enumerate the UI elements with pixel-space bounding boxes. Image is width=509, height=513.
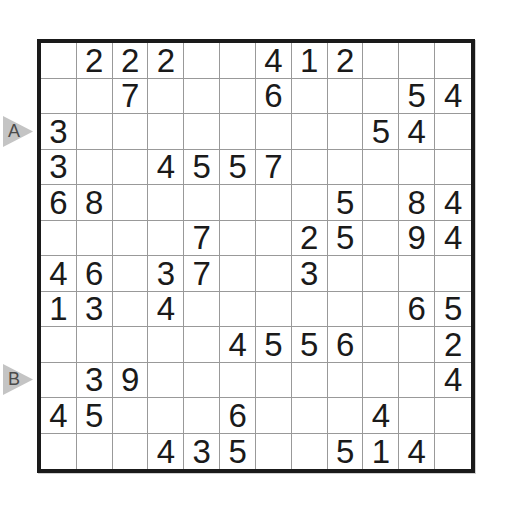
cell-r1c6[interactable] xyxy=(220,43,256,79)
cell-r2c7[interactable]: 6 xyxy=(256,79,292,115)
cell-r10c5[interactable] xyxy=(184,363,220,399)
cell-r7c4[interactable]: 3 xyxy=(148,256,184,292)
cell-r8c12[interactable]: 5 xyxy=(435,292,471,328)
cell-r10c7[interactable] xyxy=(256,363,292,399)
cell-r4c7[interactable]: 7 xyxy=(256,150,292,186)
cell-r7c9[interactable] xyxy=(328,256,364,292)
cell-r4c8[interactable] xyxy=(292,150,328,186)
cell-r2c6[interactable] xyxy=(220,79,256,115)
cell-r6c11[interactable]: 9 xyxy=(399,221,435,257)
cell-r5c11[interactable]: 8 xyxy=(399,185,435,221)
cell-r11c11[interactable] xyxy=(399,398,435,434)
cell-r8c8[interactable] xyxy=(292,292,328,328)
cell-r9c4[interactable] xyxy=(148,327,184,363)
cell-r4c2[interactable] xyxy=(77,150,113,186)
cell-r11c10[interactable]: 4 xyxy=(363,398,399,434)
cell-r1c3[interactable]: 2 xyxy=(113,43,149,79)
row-marker-a: A xyxy=(3,116,33,147)
row-marker-a-label: A xyxy=(8,121,20,142)
cell-r12c4[interactable]: 4 xyxy=(148,434,184,470)
cell-r5c2[interactable]: 8 xyxy=(77,185,113,221)
cell-r6c1[interactable] xyxy=(41,221,77,257)
cell-r10c10[interactable] xyxy=(363,363,399,399)
cell-r10c12[interactable]: 4 xyxy=(435,363,471,399)
cell-r6c8[interactable]: 2 xyxy=(292,221,328,257)
cell-r3c12[interactable] xyxy=(435,114,471,150)
cell-r9c8[interactable]: 5 xyxy=(292,327,328,363)
cell-r9c11[interactable] xyxy=(399,327,435,363)
cell-r12c3[interactable] xyxy=(113,434,149,470)
cell-r1c11[interactable] xyxy=(399,43,435,79)
cell-r6c9[interactable]: 5 xyxy=(328,221,364,257)
cell-r8c9[interactable] xyxy=(328,292,364,328)
cell-r4c6[interactable]: 5 xyxy=(220,150,256,186)
cell-r9c12[interactable]: 2 xyxy=(435,327,471,363)
cell-r1c4[interactable]: 2 xyxy=(148,43,184,79)
cell-r2c9[interactable] xyxy=(328,79,364,115)
cell-r4c12[interactable] xyxy=(435,150,471,186)
cell-r5c7[interactable] xyxy=(256,185,292,221)
cell-r6c12[interactable]: 4 xyxy=(435,221,471,257)
cell-r12c6[interactable]: 5 xyxy=(220,434,256,470)
cell-r3c1[interactable]: 3 xyxy=(41,114,77,150)
cell-r10c4[interactable] xyxy=(148,363,184,399)
cell-r10c11[interactable] xyxy=(399,363,435,399)
cell-r12c5[interactable]: 3 xyxy=(184,434,220,470)
cell-r9c1[interactable] xyxy=(41,327,77,363)
cell-r11c2[interactable]: 5 xyxy=(77,398,113,434)
cell-r9c5[interactable] xyxy=(184,327,220,363)
puzzle-board: 2224127654354345576858472594463731346545… xyxy=(37,39,475,473)
cell-r1c8[interactable]: 1 xyxy=(292,43,328,79)
cell-r9c7[interactable]: 5 xyxy=(256,327,292,363)
cell-r12c9[interactable]: 5 xyxy=(328,434,364,470)
board-grid: 2224127654354345576858472594463731346545… xyxy=(41,43,471,469)
cell-r10c3[interactable]: 9 xyxy=(113,363,149,399)
cell-r6c4[interactable] xyxy=(148,221,184,257)
cell-r7c1[interactable]: 4 xyxy=(41,256,77,292)
cell-r4c3[interactable] xyxy=(113,150,149,186)
cell-r12c1[interactable] xyxy=(41,434,77,470)
cell-r5c6[interactable] xyxy=(220,185,256,221)
cell-r5c10[interactable] xyxy=(363,185,399,221)
cell-r2c10[interactable] xyxy=(363,79,399,115)
cell-r3c10[interactable]: 5 xyxy=(363,114,399,150)
cell-r3c5[interactable] xyxy=(184,114,220,150)
cell-r8c7[interactable] xyxy=(256,292,292,328)
cell-r12c8[interactable] xyxy=(292,434,328,470)
row-marker-b-label: B xyxy=(8,369,20,390)
cell-r7c3[interactable] xyxy=(113,256,149,292)
cell-r9c9[interactable]: 6 xyxy=(328,327,364,363)
cell-r5c12[interactable]: 4 xyxy=(435,185,471,221)
cell-r4c1[interactable]: 3 xyxy=(41,150,77,186)
cell-r5c8[interactable] xyxy=(292,185,328,221)
cell-r3c3[interactable] xyxy=(113,114,149,150)
cell-r9c10[interactable] xyxy=(363,327,399,363)
cell-r10c6[interactable] xyxy=(220,363,256,399)
cell-r3c4[interactable] xyxy=(148,114,184,150)
cell-r12c2[interactable] xyxy=(77,434,113,470)
cell-r8c2[interactable]: 3 xyxy=(77,292,113,328)
cell-r2c3[interactable]: 7 xyxy=(113,79,149,115)
cell-r1c10[interactable] xyxy=(363,43,399,79)
cell-r4c9[interactable] xyxy=(328,150,364,186)
cell-r1c2[interactable]: 2 xyxy=(77,43,113,79)
cell-r4c10[interactable] xyxy=(363,150,399,186)
cell-r10c9[interactable] xyxy=(328,363,364,399)
cell-r8c6[interactable] xyxy=(220,292,256,328)
cell-r3c9[interactable] xyxy=(328,114,364,150)
cell-r3c7[interactable] xyxy=(256,114,292,150)
cell-r9c6[interactable]: 4 xyxy=(220,327,256,363)
cell-r11c4[interactable] xyxy=(148,398,184,434)
cell-r7c8[interactable]: 3 xyxy=(292,256,328,292)
cell-r9c3[interactable] xyxy=(113,327,149,363)
cell-r2c1[interactable] xyxy=(41,79,77,115)
cell-r11c9[interactable] xyxy=(328,398,364,434)
cell-r4c11[interactable] xyxy=(399,150,435,186)
cell-r6c2[interactable] xyxy=(77,221,113,257)
cell-r12c12[interactable] xyxy=(435,434,471,470)
cell-r5c3[interactable] xyxy=(113,185,149,221)
cell-r11c7[interactable] xyxy=(256,398,292,434)
cell-r5c4[interactable] xyxy=(148,185,184,221)
cell-r11c8[interactable] xyxy=(292,398,328,434)
cell-r1c5[interactable] xyxy=(184,43,220,79)
cell-r11c5[interactable] xyxy=(184,398,220,434)
row-marker-b: B xyxy=(3,364,33,395)
cell-r9c2[interactable] xyxy=(77,327,113,363)
cell-r12c7[interactable] xyxy=(256,434,292,470)
cell-r8c11[interactable]: 6 xyxy=(399,292,435,328)
cell-r7c7[interactable] xyxy=(256,256,292,292)
cell-r2c5[interactable] xyxy=(184,79,220,115)
cell-r2c2[interactable] xyxy=(77,79,113,115)
cell-r2c11[interactable]: 5 xyxy=(399,79,435,115)
cell-r2c8[interactable] xyxy=(292,79,328,115)
cell-r11c6[interactable]: 6 xyxy=(220,398,256,434)
cell-r5c9[interactable]: 5 xyxy=(328,185,364,221)
cell-r7c2[interactable]: 6 xyxy=(77,256,113,292)
cell-r7c6[interactable] xyxy=(220,256,256,292)
cell-r6c7[interactable] xyxy=(256,221,292,257)
cell-r11c1[interactable]: 4 xyxy=(41,398,77,434)
cell-r10c2[interactable]: 3 xyxy=(77,363,113,399)
cell-r12c10[interactable]: 1 xyxy=(363,434,399,470)
cell-r1c12[interactable] xyxy=(435,43,471,79)
puzzle-page: A B 222412765435434557685847259446373134… xyxy=(0,0,509,513)
cell-r2c4[interactable] xyxy=(148,79,184,115)
cell-r8c3[interactable] xyxy=(113,292,149,328)
cell-r1c7[interactable]: 4 xyxy=(256,43,292,79)
cell-r7c12[interactable] xyxy=(435,256,471,292)
cell-r8c4[interactable]: 4 xyxy=(148,292,184,328)
cell-r3c6[interactable] xyxy=(220,114,256,150)
cell-r6c3[interactable] xyxy=(113,221,149,257)
cell-r6c10[interactable] xyxy=(363,221,399,257)
cell-r7c10[interactable] xyxy=(363,256,399,292)
cell-r1c9[interactable]: 2 xyxy=(328,43,364,79)
cell-r10c8[interactable] xyxy=(292,363,328,399)
cell-r11c12[interactable] xyxy=(435,398,471,434)
cell-r8c1[interactable]: 1 xyxy=(41,292,77,328)
cell-r2c12[interactable]: 4 xyxy=(435,79,471,115)
cell-r8c5[interactable] xyxy=(184,292,220,328)
cell-r8c10[interactable] xyxy=(363,292,399,328)
cell-r7c11[interactable] xyxy=(399,256,435,292)
cell-r12c11[interactable]: 4 xyxy=(399,434,435,470)
cell-r7c5[interactable]: 7 xyxy=(184,256,220,292)
cell-r6c5[interactable]: 7 xyxy=(184,221,220,257)
cell-r4c4[interactable]: 4 xyxy=(148,150,184,186)
cell-r3c8[interactable] xyxy=(292,114,328,150)
cell-r10c1[interactable] xyxy=(41,363,77,399)
cell-r3c2[interactable] xyxy=(77,114,113,150)
cell-r5c5[interactable] xyxy=(184,185,220,221)
cell-r11c3[interactable] xyxy=(113,398,149,434)
cell-r6c6[interactable] xyxy=(220,221,256,257)
cell-r3c11[interactable]: 4 xyxy=(399,114,435,150)
cell-r5c1[interactable]: 6 xyxy=(41,185,77,221)
cell-r4c5[interactable]: 5 xyxy=(184,150,220,186)
cell-r1c1[interactable] xyxy=(41,43,77,79)
